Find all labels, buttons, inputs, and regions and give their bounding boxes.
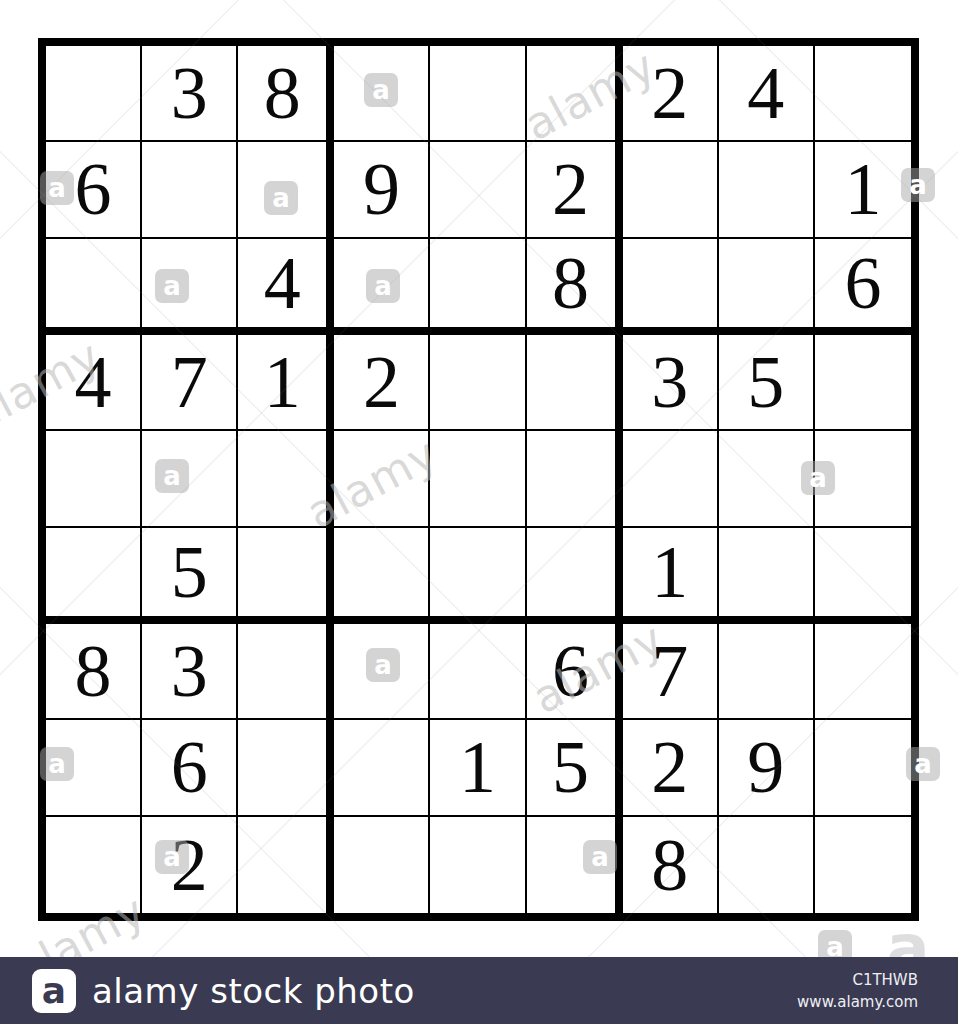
sudoku-cell-r9c8 [719,817,815,913]
sudoku-cell-r2c5 [430,142,526,238]
sudoku-digit: 5 [747,345,784,419]
sudoku-cell-r7c2: 3 [142,624,238,720]
sudoku-cell-r8c9 [815,720,911,816]
sudoku-digit: 6 [75,152,112,226]
sudoku-digit: 8 [552,246,589,320]
sudoku-cell-r7c9 [815,624,911,720]
sudoku-digit: 5 [171,535,208,609]
alamy-logo-icon: a [32,969,76,1013]
sudoku-cell-r6c3 [238,528,334,624]
sudoku-cell-r2c8 [719,142,815,238]
sudoku-cell-r6c5 [430,528,526,624]
sudoku-board: 382469214864712355183676152928 [38,38,919,921]
sudoku-digit: 6 [171,730,208,804]
sudoku-cell-r7c5 [430,624,526,720]
alamy-footer-bar: a alamy stock photo C1THWB www.alamy.com [0,957,958,1024]
alamy-logo-letter: a [42,970,66,1011]
sudoku-cell-r4c2: 7 [142,335,238,431]
sudoku-cell-r9c9 [815,817,911,913]
sudoku-digit: 1 [844,152,881,226]
alamy-brand-text: alamy stock photo [92,971,415,1011]
sudoku-cell-r4c9 [815,335,911,431]
sudoku-digit: 2 [651,730,688,804]
sudoku-digit: 3 [651,345,688,419]
sudoku-cell-r8c2: 6 [142,720,238,816]
sudoku-digit: 9 [363,152,400,226]
sudoku-cell-r6c7: 1 [623,528,719,624]
sudoku-cell-r5c5 [430,431,526,527]
sudoku-digit: 6 [552,634,589,708]
sudoku-digit: 4 [264,246,301,320]
sudoku-cell-r1c9 [815,46,911,142]
sudoku-cell-r9c5 [430,817,526,913]
sudoku-digit: 9 [747,730,784,804]
sudoku-cell-r2c1: 6 [46,142,142,238]
sudoku-cell-r1c2: 3 [142,46,238,142]
sudoku-cell-r7c7: 7 [623,624,719,720]
sudoku-digit: 5 [552,730,589,804]
sudoku-cell-r9c3 [238,817,334,913]
sudoku-cell-r3c7 [623,239,719,335]
sudoku-cell-r6c9 [815,528,911,624]
sudoku-cell-r3c6: 8 [527,239,623,335]
sudoku-digit: 3 [171,56,208,130]
sudoku-cell-r5c1 [46,431,142,527]
sudoku-cell-r2c7 [623,142,719,238]
sudoku-cell-r8c8: 9 [719,720,815,816]
sudoku-cell-r1c4 [334,46,430,142]
sudoku-cell-r6c6 [527,528,623,624]
image-id: C1THWB [852,971,918,989]
sudoku-digit: 1 [264,345,301,419]
sudoku-digit: 2 [651,56,688,130]
sudoku-cell-r4c3: 1 [238,335,334,431]
sudoku-cell-r1c7: 2 [623,46,719,142]
sudoku-cell-r2c6: 2 [527,142,623,238]
sudoku-cell-r9c6 [527,817,623,913]
sudoku-cell-r3c3: 4 [238,239,334,335]
sudoku-digit: 3 [171,634,208,708]
sudoku-digit: 8 [651,828,688,902]
sudoku-cell-r5c2 [142,431,238,527]
sudoku-cell-r2c2 [142,142,238,238]
sudoku-cell-r7c6: 6 [527,624,623,720]
sudoku-cell-r1c3: 8 [238,46,334,142]
sudoku-cell-r5c4 [334,431,430,527]
sudoku-cell-r7c4 [334,624,430,720]
sudoku-cell-r1c6 [527,46,623,142]
sudoku-cell-r7c8 [719,624,815,720]
sudoku-digit: 1 [459,730,496,804]
sudoku-cell-r3c5 [430,239,526,335]
sudoku-cell-r3c1 [46,239,142,335]
sudoku-cell-r2c4: 9 [334,142,430,238]
sudoku-cell-r1c1 [46,46,142,142]
sudoku-cell-r3c9: 6 [815,239,911,335]
sudoku-cell-r5c3 [238,431,334,527]
sudoku-cell-r2c3 [238,142,334,238]
sudoku-cell-r4c8: 5 [719,335,815,431]
sudoku-cell-r6c4 [334,528,430,624]
sudoku-cell-r8c4 [334,720,430,816]
sudoku-digit: 4 [747,56,784,130]
sudoku-cell-r2c9: 1 [815,142,911,238]
sudoku-cell-r5c7 [623,431,719,527]
footer-meta-group: C1THWB www.alamy.com [797,971,918,1011]
sudoku-digit: 7 [171,345,208,419]
sudoku-cell-r8c3 [238,720,334,816]
sudoku-cell-r6c8 [719,528,815,624]
sudoku-cell-r4c1: 4 [46,335,142,431]
sudoku-digit: 8 [75,634,112,708]
sudoku-digit: 2 [171,828,208,902]
sudoku-cell-r7c3 [238,624,334,720]
sudoku-cell-r4c6 [527,335,623,431]
sudoku-cell-r9c7: 8 [623,817,719,913]
sudoku-cell-r9c1 [46,817,142,913]
sudoku-cell-r7c1: 8 [46,624,142,720]
sudoku-digit: 2 [552,152,589,226]
sudoku-cell-r4c4: 2 [334,335,430,431]
sudoku-cell-r6c2: 5 [142,528,238,624]
sudoku-digit: 6 [844,246,881,320]
sudoku-cell-r8c6: 5 [527,720,623,816]
sudoku-cell-r5c9 [815,431,911,527]
sudoku-cell-r9c2: 2 [142,817,238,913]
footer-brand-group: a alamy stock photo [32,969,415,1013]
sudoku-digit: 2 [363,345,400,419]
stock-photo-page: 382469214864712355183676152928 aaaaaaaaa… [0,0,958,1024]
sudoku-cell-r4c7: 3 [623,335,719,431]
sudoku-cell-r4c5 [430,335,526,431]
sudoku-digit: 1 [651,535,688,609]
sudoku-cell-r6c1 [46,528,142,624]
sudoku-digit: 4 [75,345,112,419]
sudoku-cell-r5c8 [719,431,815,527]
sudoku-cell-r3c8 [719,239,815,335]
sudoku-cell-r9c4 [334,817,430,913]
sudoku-cell-r3c2 [142,239,238,335]
sudoku-cell-r8c5: 1 [430,720,526,816]
sudoku-cell-r8c1 [46,720,142,816]
sudoku-cell-r3c4 [334,239,430,335]
sudoku-digit: 8 [264,56,301,130]
sudoku-cell-r1c8: 4 [719,46,815,142]
sudoku-cell-r8c7: 2 [623,720,719,816]
alamy-website: www.alamy.com [797,993,918,1011]
sudoku-cell-r5c6 [527,431,623,527]
sudoku-cell-r1c5 [430,46,526,142]
sudoku-digit: 7 [651,634,688,708]
